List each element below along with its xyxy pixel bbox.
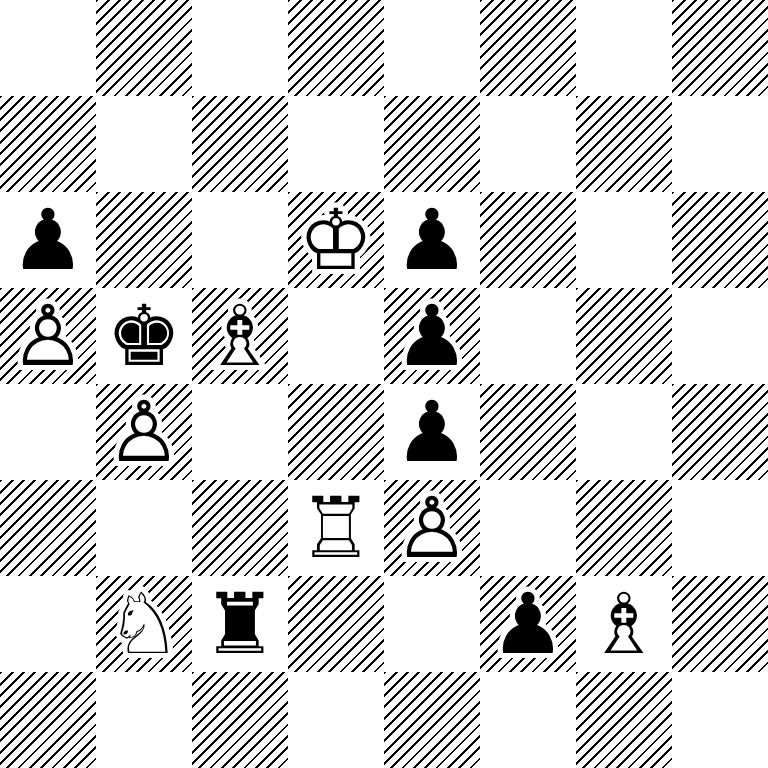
piece-white-rook[interactable]: ♜♖ (288, 480, 384, 576)
square-h1[interactable] (672, 672, 768, 768)
square-e2[interactable] (384, 576, 480, 672)
black-pawn-glyph: ♟ (384, 288, 480, 384)
piece-black-pawn[interactable]: ♟♟ (384, 288, 480, 384)
square-f5[interactable] (480, 288, 576, 384)
square-d2[interactable] (288, 576, 384, 672)
square-d5[interactable] (288, 288, 384, 384)
white-king-glyph: ♔ (288, 192, 384, 288)
piece-black-pawn[interactable]: ♟♟ (0, 192, 96, 288)
square-a1[interactable] (0, 672, 96, 768)
white-pawn-glyph: ♙ (384, 480, 480, 576)
white-rook-glyph: ♖ (288, 480, 384, 576)
square-a8[interactable] (0, 0, 96, 96)
square-d8[interactable] (288, 0, 384, 96)
square-f7[interactable] (480, 96, 576, 192)
square-d3[interactable]: ♜♖ (288, 480, 384, 576)
square-h3[interactable] (672, 480, 768, 576)
square-e8[interactable] (384, 0, 480, 96)
square-f6[interactable] (480, 192, 576, 288)
square-f3[interactable] (480, 480, 576, 576)
chess-board: ♟♟♚♔♟♟♟♙♚♚♝♗♟♟♟♙♟♟♜♖♟♙♞♘♜♜♟♟♝♗ (0, 0, 768, 768)
white-bishop-glyph: ♗ (576, 576, 672, 672)
square-b8[interactable] (96, 0, 192, 96)
white-bishop-glyph: ♗ (192, 288, 288, 384)
square-e1[interactable] (384, 672, 480, 768)
piece-white-king[interactable]: ♚♔ (288, 192, 384, 288)
square-e5[interactable]: ♟♟ (384, 288, 480, 384)
white-knight-glyph: ♘ (96, 576, 192, 672)
square-a2[interactable] (0, 576, 96, 672)
piece-black-pawn[interactable]: ♟♟ (480, 576, 576, 672)
black-pawn-glyph: ♟ (0, 192, 96, 288)
square-b1[interactable] (96, 672, 192, 768)
square-a7[interactable] (0, 96, 96, 192)
square-g4[interactable] (576, 384, 672, 480)
square-c6[interactable] (192, 192, 288, 288)
piece-black-pawn[interactable]: ♟♟ (384, 384, 480, 480)
piece-black-pawn[interactable]: ♟♟ (384, 192, 480, 288)
square-e6[interactable]: ♟♟ (384, 192, 480, 288)
square-d6[interactable]: ♚♔ (288, 192, 384, 288)
square-b5[interactable]: ♚♚ (96, 288, 192, 384)
white-pawn-glyph: ♙ (0, 288, 96, 384)
square-h4[interactable] (672, 384, 768, 480)
square-d4[interactable] (288, 384, 384, 480)
square-c2[interactable]: ♜♜ (192, 576, 288, 672)
square-h6[interactable] (672, 192, 768, 288)
square-a5[interactable]: ♟♙ (0, 288, 96, 384)
square-f8[interactable] (480, 0, 576, 96)
piece-white-pawn[interactable]: ♟♙ (384, 480, 480, 576)
square-c5[interactable]: ♝♗ (192, 288, 288, 384)
square-g2[interactable]: ♝♗ (576, 576, 672, 672)
square-h2[interactable] (672, 576, 768, 672)
square-a3[interactable] (0, 480, 96, 576)
square-c7[interactable] (192, 96, 288, 192)
square-h8[interactable] (672, 0, 768, 96)
square-f1[interactable] (480, 672, 576, 768)
piece-white-knight[interactable]: ♞♘ (96, 576, 192, 672)
piece-white-bishop[interactable]: ♝♗ (192, 288, 288, 384)
black-pawn-glyph: ♟ (384, 384, 480, 480)
piece-black-king[interactable]: ♚♚ (96, 288, 192, 384)
square-a6[interactable]: ♟♟ (0, 192, 96, 288)
square-e7[interactable] (384, 96, 480, 192)
square-f2[interactable]: ♟♟ (480, 576, 576, 672)
square-d1[interactable] (288, 672, 384, 768)
square-b2[interactable]: ♞♘ (96, 576, 192, 672)
square-a4[interactable] (0, 384, 96, 480)
square-b6[interactable] (96, 192, 192, 288)
square-e4[interactable]: ♟♟ (384, 384, 480, 480)
square-c8[interactable] (192, 0, 288, 96)
square-g7[interactable] (576, 96, 672, 192)
square-h5[interactable] (672, 288, 768, 384)
piece-black-rook[interactable]: ♜♜ (192, 576, 288, 672)
square-d7[interactable] (288, 96, 384, 192)
square-e3[interactable]: ♟♙ (384, 480, 480, 576)
square-h7[interactable] (672, 96, 768, 192)
square-g3[interactable] (576, 480, 672, 576)
square-g5[interactable] (576, 288, 672, 384)
black-king-glyph: ♚ (96, 288, 192, 384)
square-c1[interactable] (192, 672, 288, 768)
square-g8[interactable] (576, 0, 672, 96)
square-f4[interactable] (480, 384, 576, 480)
black-rook-glyph: ♜ (192, 576, 288, 672)
piece-white-pawn[interactable]: ♟♙ (0, 288, 96, 384)
square-b4[interactable]: ♟♙ (96, 384, 192, 480)
white-pawn-glyph: ♙ (96, 384, 192, 480)
black-pawn-glyph: ♟ (480, 576, 576, 672)
square-c3[interactable] (192, 480, 288, 576)
square-g1[interactable] (576, 672, 672, 768)
square-b3[interactable] (96, 480, 192, 576)
square-b7[interactable] (96, 96, 192, 192)
black-pawn-glyph: ♟ (384, 192, 480, 288)
piece-white-bishop[interactable]: ♝♗ (576, 576, 672, 672)
square-c4[interactable] (192, 384, 288, 480)
square-g6[interactable] (576, 192, 672, 288)
piece-white-pawn[interactable]: ♟♙ (96, 384, 192, 480)
